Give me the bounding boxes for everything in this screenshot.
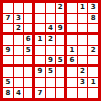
- sudoku-cell: 1: [78, 3, 88, 13]
- sudoku-cell: 3: [78, 78, 88, 88]
- sudoku-cell[interactable]: [46, 3, 56, 13]
- sudoku-cell[interactable]: [67, 24, 77, 34]
- sudoku-cell: 9: [56, 24, 66, 34]
- sudoku-cell[interactable]: [46, 46, 56, 56]
- sudoku-cell[interactable]: [35, 14, 45, 24]
- sudoku-cell: 5: [24, 46, 34, 56]
- sudoku-cell[interactable]: [3, 3, 13, 13]
- sudoku-cell[interactable]: [67, 14, 77, 24]
- sudoku-cell[interactable]: [24, 88, 34, 98]
- sudoku-cell[interactable]: [78, 56, 88, 66]
- sudoku-cell[interactable]: [78, 88, 88, 98]
- sudoku-cell[interactable]: [88, 88, 98, 98]
- sudoku-cell[interactable]: [35, 3, 45, 13]
- sudoku-cell[interactable]: [24, 78, 34, 88]
- sudoku-cell[interactable]: [14, 56, 24, 66]
- sudoku-cell[interactable]: [14, 35, 24, 45]
- sudoku-cell[interactable]: [88, 67, 98, 77]
- sudoku-cell[interactable]: [14, 3, 24, 13]
- sudoku-cell: 4: [46, 24, 56, 34]
- sudoku-cell: 9: [35, 67, 45, 77]
- sudoku-cell: 8: [3, 88, 13, 98]
- sudoku-cell[interactable]: [24, 14, 34, 24]
- sudoku-cell[interactable]: [14, 67, 24, 77]
- sudoku-cell[interactable]: [67, 88, 77, 98]
- sudoku-cell: 1: [67, 46, 77, 56]
- sudoku-cell[interactable]: [56, 88, 66, 98]
- sudoku-board: 2137382496129512956952531847: [0, 0, 101, 101]
- sudoku-cell[interactable]: [67, 3, 77, 13]
- sudoku-cell[interactable]: [56, 67, 66, 77]
- sudoku-cell[interactable]: [35, 46, 45, 56]
- sudoku-cell: 5: [46, 67, 56, 77]
- sudoku-cell: 3: [14, 14, 24, 24]
- sudoku-cell: 7: [3, 14, 13, 24]
- sudoku-cell: 3: [88, 3, 98, 13]
- sudoku-cell: 2: [14, 24, 24, 34]
- sudoku-cell: 6: [24, 35, 34, 45]
- sudoku-cell: 5: [3, 78, 13, 88]
- sudoku-cell[interactable]: [24, 56, 34, 66]
- sudoku-cell: 2: [56, 3, 66, 13]
- sudoku-cell[interactable]: [35, 24, 45, 34]
- sudoku-cell[interactable]: [56, 46, 66, 56]
- sudoku-cell: 9: [46, 56, 56, 66]
- sudoku-cell[interactable]: [88, 35, 98, 45]
- sudoku-cell[interactable]: [46, 78, 56, 88]
- sudoku-cell[interactable]: [3, 67, 13, 77]
- sudoku-cell: 8: [88, 14, 98, 24]
- sudoku-cell[interactable]: [24, 3, 34, 13]
- sudoku-cell[interactable]: [24, 24, 34, 34]
- sudoku-cell[interactable]: [67, 78, 77, 88]
- sudoku-cell[interactable]: [78, 24, 88, 34]
- sudoku-cell: 1: [88, 78, 98, 88]
- sudoku-cell[interactable]: [3, 24, 13, 34]
- sudoku-cell[interactable]: [67, 67, 77, 77]
- sudoku-cell: 2: [88, 46, 98, 56]
- sudoku-cell[interactable]: [88, 24, 98, 34]
- sudoku-cell[interactable]: [35, 78, 45, 88]
- sudoku-cell: 6: [67, 56, 77, 66]
- sudoku-cell[interactable]: [24, 67, 34, 77]
- sudoku-cell[interactable]: [88, 56, 98, 66]
- sudoku-cell: 9: [3, 46, 13, 56]
- sudoku-cell[interactable]: [56, 78, 66, 88]
- sudoku-cell[interactable]: [3, 56, 13, 66]
- sudoku-cell[interactable]: [78, 35, 88, 45]
- sudoku-cell: 7: [35, 88, 45, 98]
- sudoku-cell[interactable]: [3, 35, 13, 45]
- sudoku-cell[interactable]: [56, 35, 66, 45]
- sudoku-cell[interactable]: [46, 14, 56, 24]
- sudoku-cell[interactable]: [14, 78, 24, 88]
- sudoku-cell: 5: [56, 56, 66, 66]
- sudoku-cell: 2: [46, 35, 56, 45]
- sudoku-cell: 4: [14, 88, 24, 98]
- sudoku-cell[interactable]: [14, 46, 24, 56]
- sudoku-cell: 2: [78, 67, 88, 77]
- sudoku-cell[interactable]: [78, 46, 88, 56]
- sudoku-cell: 1: [35, 35, 45, 45]
- sudoku-cell[interactable]: [56, 14, 66, 24]
- sudoku-cell[interactable]: [46, 88, 56, 98]
- sudoku-cell[interactable]: [35, 56, 45, 66]
- sudoku-cell[interactable]: [78, 14, 88, 24]
- sudoku-cell[interactable]: [67, 35, 77, 45]
